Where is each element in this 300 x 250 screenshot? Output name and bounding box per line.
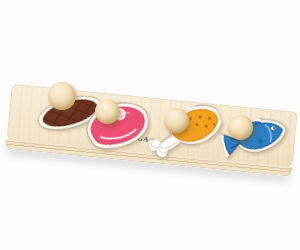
knob-steak[interactable] (48, 82, 76, 110)
knob-fish[interactable] (228, 115, 253, 140)
knob-drumstick[interactable] (164, 108, 189, 133)
knob-ham[interactable] (95, 99, 120, 124)
product-photo: VIGA (0, 0, 300, 250)
